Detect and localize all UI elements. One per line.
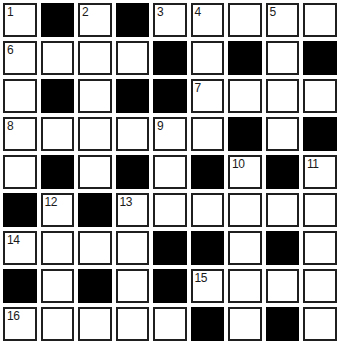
black-cell [153, 41, 187, 75]
white-cell[interactable] [41, 231, 75, 265]
black-cell [41, 79, 75, 113]
clue-number: 5 [270, 5, 276, 19]
clue-number: 15 [195, 271, 207, 285]
white-cell[interactable]: 5 [266, 3, 300, 37]
white-cell[interactable]: 11 [303, 155, 337, 189]
crossword-page: 12345678910111213141516 [0, 0, 339, 344]
white-cell[interactable] [116, 269, 150, 303]
white-cell[interactable] [303, 307, 337, 341]
white-cell[interactable] [303, 269, 337, 303]
clue-number: 8 [7, 119, 13, 133]
white-cell[interactable]: 9 [153, 117, 187, 151]
white-cell[interactable] [3, 79, 37, 113]
white-cell[interactable] [78, 117, 112, 151]
white-cell[interactable] [116, 231, 150, 265]
black-cell [266, 307, 300, 341]
white-cell[interactable] [228, 3, 262, 37]
white-cell[interactable]: 7 [191, 79, 225, 113]
white-cell[interactable] [153, 307, 187, 341]
white-cell[interactable] [266, 41, 300, 75]
white-cell[interactable] [41, 41, 75, 75]
black-cell [191, 231, 225, 265]
white-cell[interactable]: 16 [3, 307, 37, 341]
white-cell[interactable] [3, 155, 37, 189]
black-cell [153, 79, 187, 113]
white-cell[interactable] [41, 307, 75, 341]
black-cell [153, 269, 187, 303]
white-cell[interactable] [228, 79, 262, 113]
clue-number: 2 [82, 5, 88, 19]
white-cell[interactable]: 12 [41, 193, 75, 227]
clue-number: 4 [195, 5, 201, 19]
white-cell[interactable] [78, 231, 112, 265]
white-cell[interactable] [303, 193, 337, 227]
white-cell[interactable]: 8 [3, 117, 37, 151]
black-cell [41, 3, 75, 37]
white-cell[interactable]: 2 [78, 3, 112, 37]
white-cell[interactable] [228, 307, 262, 341]
white-cell[interactable] [266, 269, 300, 303]
white-cell[interactable] [303, 3, 337, 37]
black-cell [78, 269, 112, 303]
white-cell[interactable]: 15 [191, 269, 225, 303]
clue-number: 1 [7, 5, 13, 19]
clue-number: 13 [120, 195, 132, 209]
black-cell [41, 155, 75, 189]
clue-number: 12 [45, 195, 57, 209]
white-cell[interactable]: 13 [116, 193, 150, 227]
black-cell [3, 193, 37, 227]
black-cell [3, 269, 37, 303]
clue-number: 3 [157, 5, 163, 19]
clue-number: 6 [7, 43, 13, 57]
white-cell[interactable]: 10 [228, 155, 262, 189]
black-cell [191, 155, 225, 189]
clue-number: 7 [195, 81, 201, 95]
clue-number: 10 [232, 157, 244, 171]
white-cell[interactable] [153, 155, 187, 189]
black-cell [228, 117, 262, 151]
black-cell [116, 155, 150, 189]
white-cell[interactable] [228, 193, 262, 227]
white-cell[interactable] [191, 117, 225, 151]
white-cell[interactable] [78, 155, 112, 189]
white-cell[interactable] [191, 193, 225, 227]
black-cell [266, 231, 300, 265]
white-cell[interactable]: 6 [3, 41, 37, 75]
white-cell[interactable] [116, 41, 150, 75]
white-cell[interactable] [228, 231, 262, 265]
white-cell[interactable] [266, 117, 300, 151]
clue-number: 11 [307, 157, 318, 171]
black-cell [191, 307, 225, 341]
black-cell [266, 155, 300, 189]
white-cell[interactable] [41, 269, 75, 303]
white-cell[interactable]: 14 [3, 231, 37, 265]
crossword-grid: 12345678910111213141516 [0, 0, 339, 344]
black-cell [116, 3, 150, 37]
black-cell [228, 41, 262, 75]
white-cell[interactable] [191, 41, 225, 75]
white-cell[interactable]: 3 [153, 3, 187, 37]
clue-number: 14 [7, 233, 19, 247]
white-cell[interactable] [116, 307, 150, 341]
clue-number: 9 [157, 119, 163, 133]
white-cell[interactable] [153, 193, 187, 227]
white-cell[interactable] [303, 79, 337, 113]
black-cell [303, 41, 337, 75]
white-cell[interactable]: 1 [3, 3, 37, 37]
black-cell [116, 79, 150, 113]
white-cell[interactable] [266, 193, 300, 227]
white-cell[interactable] [41, 117, 75, 151]
white-cell[interactable] [116, 117, 150, 151]
white-cell[interactable] [78, 41, 112, 75]
white-cell[interactable] [78, 79, 112, 113]
clue-number: 16 [7, 309, 19, 323]
black-cell [303, 117, 337, 151]
white-cell[interactable] [78, 307, 112, 341]
white-cell[interactable] [228, 269, 262, 303]
white-cell[interactable] [303, 231, 337, 265]
black-cell [153, 231, 187, 265]
white-cell[interactable] [266, 79, 300, 113]
black-cell [78, 193, 112, 227]
white-cell[interactable]: 4 [191, 3, 225, 37]
